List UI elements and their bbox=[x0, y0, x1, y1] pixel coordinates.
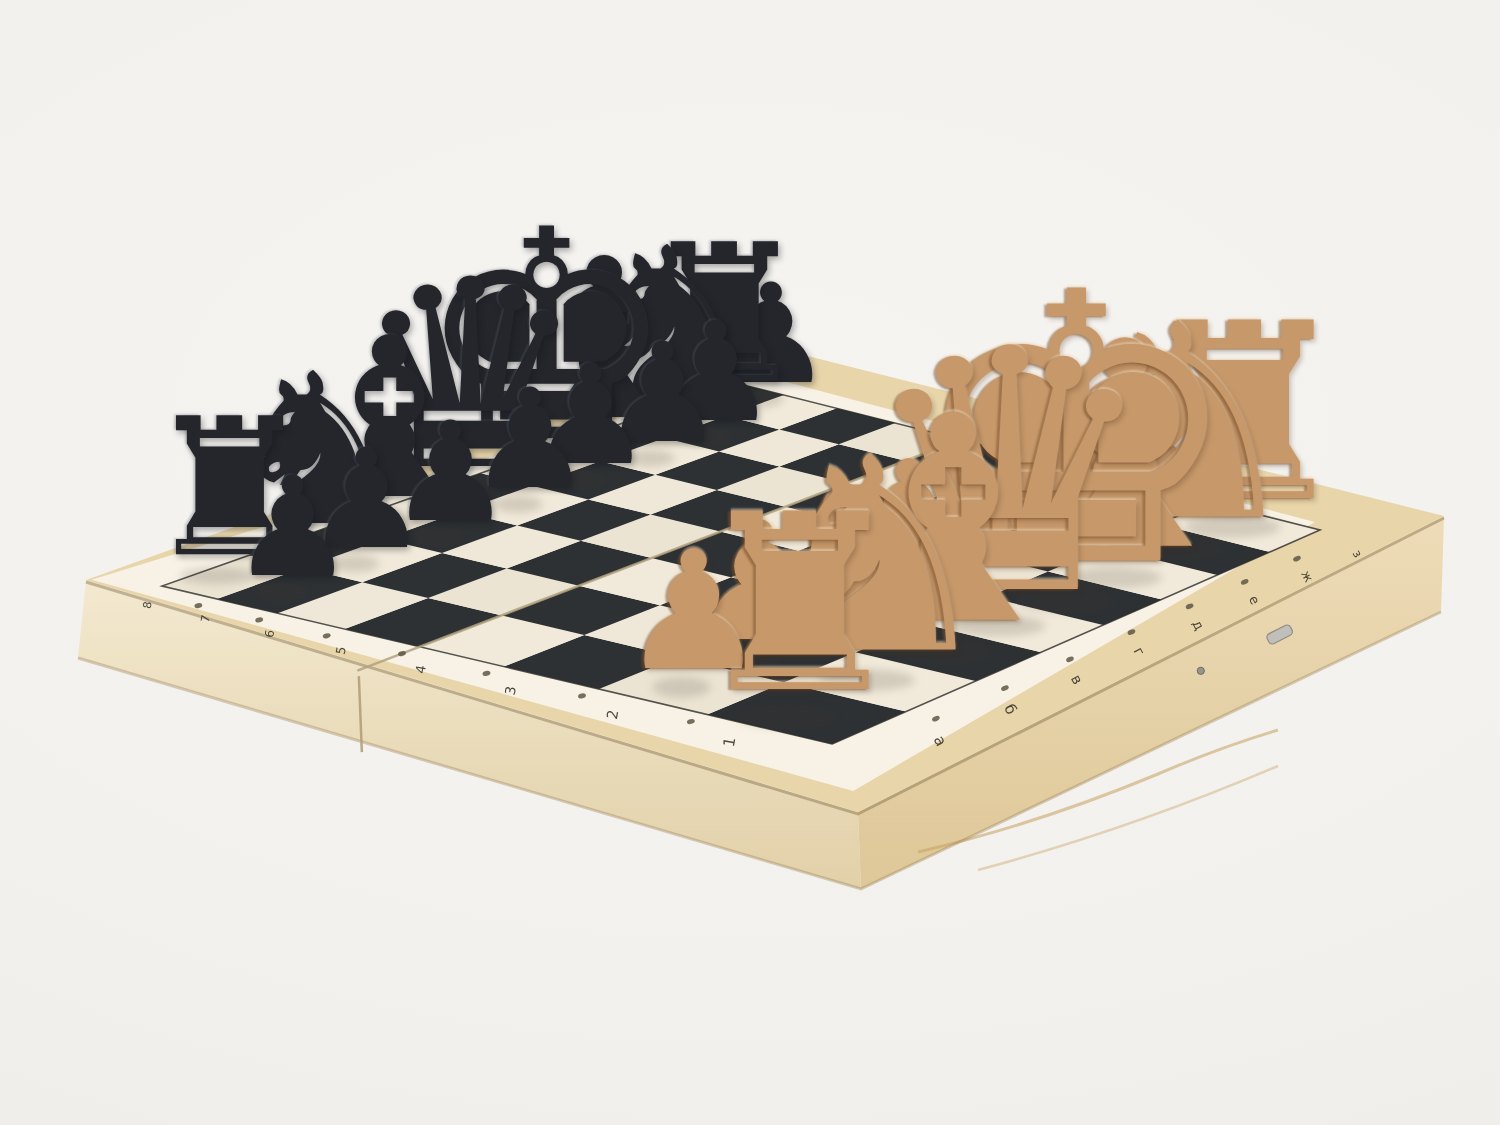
piece-black-pawn-a7[interactable]: ♟ bbox=[231, 459, 355, 597]
photo-chess-scene: 12345678абвгдежз ♟♜♞♟♝♟♚♟♛♟♟♝♟♜♟♞♞♟♟♟♜♝♟… bbox=[0, 0, 1500, 1125]
hinge-pin-icon bbox=[1197, 667, 1204, 674]
piece-white-rook-a1[interactable]: ♜ bbox=[690, 483, 909, 728]
